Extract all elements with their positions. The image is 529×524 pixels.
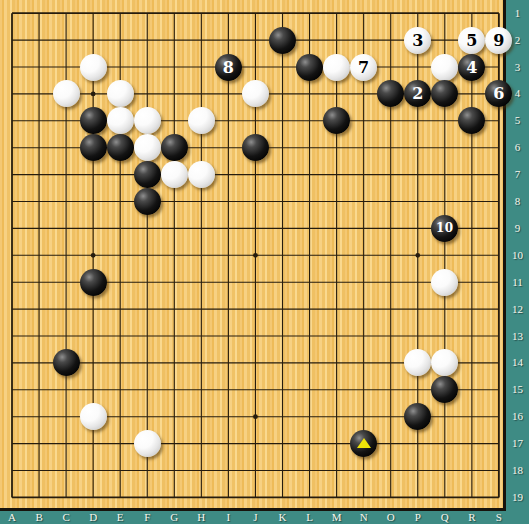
go-stone-black-J6[interactable] (242, 134, 269, 161)
go-stone-white-G7[interactable] (161, 161, 188, 188)
column-label-J: J (245, 511, 265, 524)
row-label-5: 5 (506, 114, 529, 127)
row-label-17: 17 (506, 437, 529, 450)
go-stone-black-K2[interactable] (269, 27, 296, 54)
column-label-S: S (489, 511, 509, 524)
go-stone-white-H5[interactable] (188, 107, 215, 134)
column-label-E: E (110, 511, 130, 524)
move-number-label: 5 (458, 27, 485, 54)
row-label-12: 12 (506, 303, 529, 316)
column-label-H: H (191, 511, 211, 524)
go-stone-white-E5[interactable] (107, 107, 134, 134)
move-number-label: 7 (350, 54, 377, 81)
row-label-6: 6 (506, 141, 529, 154)
row-label-18: 18 (506, 464, 529, 477)
row-label-19: 19 (506, 491, 529, 504)
go-stone-white-N3[interactable]: 7 (350, 54, 377, 81)
go-stone-white-P2[interactable]: 3 (404, 27, 431, 54)
go-stone-white-E4[interactable] (107, 80, 134, 107)
row-coordinate-strip: 12345678910111213141516171819 (506, 0, 529, 524)
star-point (253, 414, 258, 419)
go-stone-white-M3[interactable] (323, 54, 350, 81)
go-stone-white-F17[interactable] (134, 430, 161, 457)
move-number-label: 4 (458, 54, 485, 81)
row-label-9: 9 (506, 222, 529, 235)
go-stone-black-C14[interactable] (53, 349, 80, 376)
column-label-F: F (137, 511, 157, 524)
go-stone-white-R2[interactable]: 5 (458, 27, 485, 54)
row-label-7: 7 (506, 168, 529, 181)
go-stone-black-L3[interactable] (296, 54, 323, 81)
board-grid-lines (0, 0, 503, 508)
star-point (91, 253, 96, 258)
go-stone-black-P4[interactable]: 2 (404, 80, 431, 107)
column-label-R: R (462, 511, 482, 524)
move-number-label: 3 (404, 27, 431, 54)
move-number-label: 6 (485, 80, 512, 107)
row-label-15: 15 (506, 383, 529, 396)
column-label-Q: Q (435, 511, 455, 524)
go-stone-black-G6[interactable] (161, 134, 188, 161)
column-label-A: A (2, 511, 22, 524)
go-stone-white-D3[interactable] (80, 54, 107, 81)
row-label-1: 1 (506, 7, 529, 20)
go-stone-black-Q9[interactable]: 10 (431, 215, 458, 242)
row-label-8: 8 (506, 195, 529, 208)
column-label-I: I (218, 511, 238, 524)
star-point (253, 253, 258, 258)
row-label-3: 3 (506, 61, 529, 74)
go-diagram-window: 3598742610 12345678910111213141516171819… (0, 0, 529, 524)
move-number-label: 10 (431, 215, 458, 242)
star-point (91, 92, 96, 97)
go-stone-black-D6[interactable] (80, 134, 107, 161)
go-stone-black-R3[interactable]: 4 (458, 54, 485, 81)
column-label-K: K (273, 511, 293, 524)
go-stone-white-F5[interactable] (134, 107, 161, 134)
go-stone-black-F7[interactable] (134, 161, 161, 188)
go-stone-white-Q3[interactable] (431, 54, 458, 81)
column-coordinate-strip: ABCDEFGHIJKLMNOPQRS (0, 511, 529, 524)
column-label-G: G (164, 511, 184, 524)
go-stone-white-H7[interactable] (188, 161, 215, 188)
go-stone-black-S4[interactable]: 6 (485, 80, 512, 107)
column-label-O: O (381, 511, 401, 524)
row-label-16: 16 (506, 410, 529, 423)
move-number-label: 8 (215, 54, 242, 81)
triangle-marker-icon (357, 438, 371, 448)
go-stone-black-I3[interactable]: 8 (215, 54, 242, 81)
go-stone-black-F8[interactable] (134, 188, 161, 215)
move-number-label: 9 (485, 27, 512, 54)
go-stone-white-Q11[interactable] (431, 269, 458, 296)
column-label-B: B (29, 511, 49, 524)
row-label-10: 10 (506, 249, 529, 262)
column-label-M: M (327, 511, 347, 524)
go-stone-black-D5[interactable] (80, 107, 107, 134)
go-stone-white-D16[interactable] (80, 403, 107, 430)
row-label-11: 11 (506, 276, 529, 289)
column-label-D: D (83, 511, 103, 524)
column-label-P: P (408, 511, 428, 524)
column-label-N: N (354, 511, 374, 524)
column-label-L: L (300, 511, 320, 524)
column-label-C: C (56, 511, 76, 524)
go-stone-black-E6[interactable] (107, 134, 134, 161)
star-point (415, 253, 420, 258)
go-stone-white-C4[interactable] (53, 80, 80, 107)
go-board[interactable]: 3598742610 (0, 0, 506, 511)
go-stone-white-F6[interactable] (134, 134, 161, 161)
go-stone-white-S2[interactable]: 9 (485, 27, 512, 54)
go-stone-black-D11[interactable] (80, 269, 107, 296)
row-label-13: 13 (506, 330, 529, 343)
row-label-14: 14 (506, 356, 529, 369)
move-number-label: 2 (404, 80, 431, 107)
